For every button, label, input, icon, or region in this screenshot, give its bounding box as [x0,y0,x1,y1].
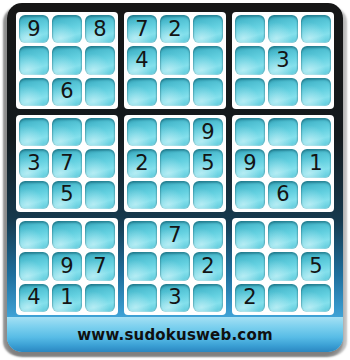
sudoku-cell-r9c9[interactable] [301,284,331,312]
sudoku-box-r1c2: 916 [232,115,334,212]
sudoku-cell-r5c3[interactable] [85,149,115,177]
sudoku-cell-r6c3[interactable] [85,181,115,209]
sudoku-cell-r1c2[interactable] [52,15,82,43]
sudoku-cell-r3c5[interactable] [160,78,190,106]
sudoku-cell-r5c4[interactable]: 2 [127,149,157,177]
cell-value: 6 [276,184,289,205]
sudoku-cell-r2c2[interactable] [52,46,82,74]
sudoku-cell-r2c3[interactable] [85,46,115,74]
sudoku-box-r0c1: 724 [124,12,226,109]
sudoku-cell-r9c5[interactable]: 3 [160,284,190,312]
sudoku-cell-r4c2[interactable] [52,118,82,146]
sudoku-cell-r2c8[interactable]: 3 [268,46,298,74]
sudoku-cell-r3c1[interactable] [19,78,49,106]
sudoku-cell-r9c8[interactable] [268,284,298,312]
cell-value: 8 [93,19,106,40]
sudoku-cell-r8c9[interactable]: 5 [301,252,331,280]
cell-value: 1 [60,287,73,308]
sudoku-cell-r2c5[interactable] [160,46,190,74]
sudoku-cell-r4c4[interactable] [127,118,157,146]
sudoku-cell-r3c8[interactable] [268,78,298,106]
sudoku-cell-r5c7[interactable]: 9 [235,149,265,177]
sudoku-cell-r9c7[interactable]: 2 [235,284,265,312]
cell-value: 6 [60,81,73,102]
sudoku-cell-r8c6[interactable]: 2 [193,252,223,280]
sudoku-cell-r7c5[interactable]: 7 [160,221,190,249]
cell-value: 5 [60,184,73,205]
sudoku-cell-r4c9[interactable] [301,118,331,146]
cell-value: 9 [60,256,73,277]
sudoku-cell-r4c6[interactable]: 9 [193,118,223,146]
sudoku-cell-r1c7[interactable] [235,15,265,43]
sudoku-cell-r6c4[interactable] [127,181,157,209]
cell-value: 2 [135,153,148,174]
sudoku-grid: 9867243375925916974172352 [16,12,334,315]
sudoku-cell-r5c1[interactable]: 3 [19,149,49,177]
cell-value: 4 [135,50,148,71]
sudoku-cell-r4c5[interactable] [160,118,190,146]
cell-value: 5 [201,153,214,174]
sudoku-cell-r1c9[interactable] [301,15,331,43]
sudoku-cell-r5c5[interactable] [160,149,190,177]
cell-value: 2 [168,19,181,40]
sudoku-cell-r6c5[interactable] [160,181,190,209]
sudoku-cell-r7c8[interactable] [268,221,298,249]
page: { "game": "sudoku", "grid": { "rows": 9,… [0,0,350,360]
sudoku-cell-r5c9[interactable]: 1 [301,149,331,177]
sudoku-cell-r4c1[interactable] [19,118,49,146]
sudoku-cell-r1c6[interactable] [193,15,223,43]
cell-value: 2 [201,256,214,277]
sudoku-cell-r1c4[interactable]: 7 [127,15,157,43]
sudoku-cell-r9c2[interactable]: 1 [52,284,82,312]
sudoku-box-r1c1: 925 [124,115,226,212]
sudoku-cell-r5c8[interactable] [268,149,298,177]
sudoku-cell-r8c4[interactable] [127,252,157,280]
sudoku-cell-r9c3[interactable] [85,284,115,312]
sudoku-cell-r2c4[interactable]: 4 [127,46,157,74]
sudoku-cell-r8c3[interactable]: 7 [85,252,115,280]
sudoku-cell-r7c4[interactable] [127,221,157,249]
cell-value: 9 [27,19,40,40]
sudoku-cell-r4c7[interactable] [235,118,265,146]
sudoku-cell-r1c5[interactable]: 2 [160,15,190,43]
cell-value: 7 [135,19,148,40]
sudoku-cell-r2c6[interactable] [193,46,223,74]
sudoku-cell-r6c9[interactable] [301,181,331,209]
cell-value: 3 [168,287,181,308]
sudoku-box-r1c0: 375 [16,115,118,212]
sudoku-cell-r7c9[interactable] [301,221,331,249]
sudoku-cell-r1c1[interactable]: 9 [19,15,49,43]
footer-banner: www.sudokusweb.com [7,317,343,352]
sudoku-box-r2c2: 52 [232,218,334,315]
sudoku-cell-r3c3[interactable] [85,78,115,106]
sudoku-cell-r5c2[interactable]: 7 [52,149,82,177]
sudoku-cell-r3c7[interactable] [235,78,265,106]
sudoku-box-r0c2: 3 [232,12,334,109]
cell-value: 3 [27,153,40,174]
sudoku-cell-r4c3[interactable] [85,118,115,146]
cell-value: 9 [201,122,214,143]
sudoku-cell-r6c6[interactable] [193,181,223,209]
sudoku-cell-r5c6[interactable]: 5 [193,149,223,177]
sudoku-cell-r6c2[interactable]: 5 [52,181,82,209]
sudoku-cell-r9c1[interactable]: 4 [19,284,49,312]
sudoku-cell-r2c9[interactable] [301,46,331,74]
sudoku-cell-r1c8[interactable] [268,15,298,43]
sudoku-cell-r9c4[interactable] [127,284,157,312]
sudoku-cell-r8c5[interactable] [160,252,190,280]
sudoku-cell-r2c1[interactable] [19,46,49,74]
sudoku-box-r2c1: 723 [124,218,226,315]
sudoku-box-r2c0: 9741 [16,218,118,315]
cell-value: 7 [168,225,181,246]
cell-value: 9 [243,153,256,174]
cell-value: 4 [27,287,40,308]
sudoku-cell-r3c2[interactable]: 6 [52,78,82,106]
sudoku-cell-r3c9[interactable] [301,78,331,106]
sudoku-cell-r7c7[interactable] [235,221,265,249]
sudoku-cell-r7c6[interactable] [193,221,223,249]
sudoku-box-r0c0: 986 [16,12,118,109]
sudoku-cell-r3c6[interactable] [193,78,223,106]
site-url[interactable]: www.sudokusweb.com [77,326,272,344]
sudoku-cell-r7c2[interactable] [52,221,82,249]
sudoku-cell-r8c2[interactable]: 9 [52,252,82,280]
cell-value: 3 [276,50,289,71]
sudoku-cell-r7c3[interactable] [85,221,115,249]
cell-value: 5 [309,256,322,277]
sudoku-cell-r2c7[interactable] [235,46,265,74]
sudoku-cell-r6c1[interactable] [19,181,49,209]
cell-value: 7 [93,256,106,277]
sudoku-cell-r8c7[interactable] [235,252,265,280]
cell-value: 1 [309,153,322,174]
cell-value: 7 [60,153,73,174]
sudoku-board: 9867243375925916974172352 www.sudokusweb… [7,3,343,352]
sudoku-cell-r1c3[interactable]: 8 [85,15,115,43]
cell-value: 2 [243,287,256,308]
sudoku-cell-r8c1[interactable] [19,252,49,280]
sudoku-cell-r7c1[interactable] [19,221,49,249]
sudoku-cell-r3c4[interactable] [127,78,157,106]
sudoku-cell-r9c6[interactable] [193,284,223,312]
sudoku-cell-r8c8[interactable] [268,252,298,280]
sudoku-cell-r6c8[interactable]: 6 [268,181,298,209]
sudoku-cell-r6c7[interactable] [235,181,265,209]
sudoku-cell-r4c8[interactable] [268,118,298,146]
